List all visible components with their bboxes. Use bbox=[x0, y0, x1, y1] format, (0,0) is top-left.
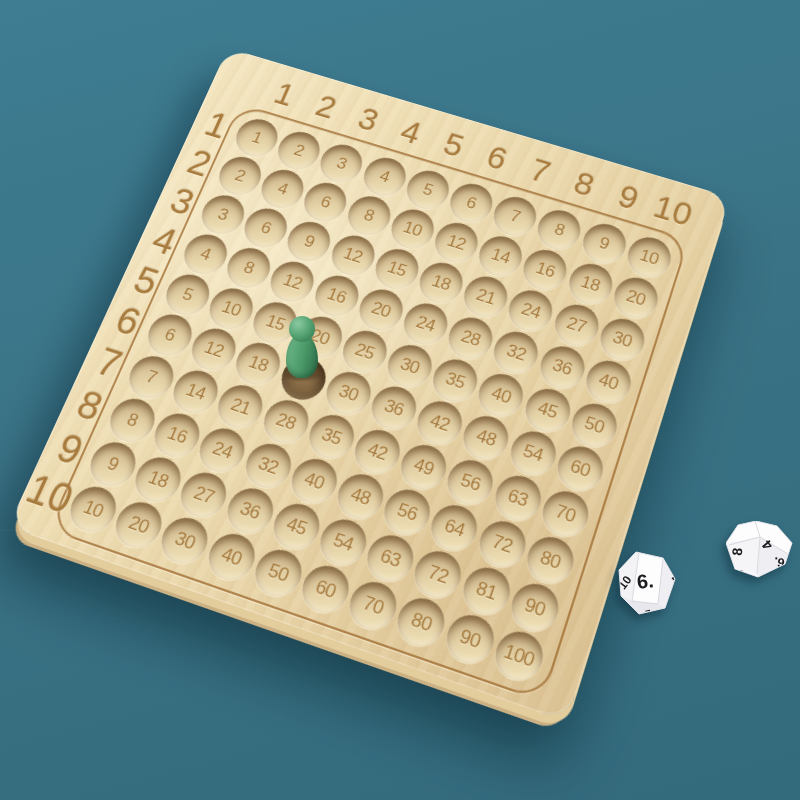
row-header-6: 6 bbox=[110, 301, 146, 342]
cell-value: 45 bbox=[536, 398, 560, 421]
die-1-face-6: 6. bbox=[636, 569, 655, 593]
cell-value: 16 bbox=[165, 424, 190, 447]
row-header-2: 2 bbox=[182, 145, 216, 183]
peg-head bbox=[289, 316, 315, 342]
table-surface: 12345678910 12345678910 1234567891024681… bbox=[0, 0, 800, 800]
cell-value: 10 bbox=[220, 298, 244, 319]
cell-value: 36 bbox=[237, 499, 262, 523]
column-header-1: 1 bbox=[270, 78, 299, 111]
cell-value: 15 bbox=[385, 258, 409, 279]
cell-value: 12 bbox=[341, 245, 365, 266]
cell-value: 18 bbox=[246, 353, 270, 375]
column-header-8: 8 bbox=[570, 167, 598, 201]
cell-value: 40 bbox=[489, 384, 513, 407]
cell-value: 6 bbox=[464, 195, 478, 213]
cell-value: 21 bbox=[228, 396, 253, 419]
cell-value: 24 bbox=[414, 313, 438, 335]
cell-value: 25 bbox=[353, 340, 377, 362]
cell-value: 40 bbox=[597, 370, 621, 392]
cell-value: 30 bbox=[172, 528, 198, 552]
green-peg[interactable] bbox=[282, 315, 322, 382]
column-header-6: 6 bbox=[483, 141, 511, 175]
cell-value: 45 bbox=[284, 514, 309, 538]
cell-value: 6 bbox=[258, 219, 273, 237]
cell-value: 1 bbox=[249, 130, 264, 147]
cell-value: 36 bbox=[550, 356, 574, 378]
cell-value: 8 bbox=[552, 221, 566, 239]
cell-value: 27 bbox=[565, 314, 589, 336]
row-header-9: 9 bbox=[51, 427, 88, 471]
column-header-4: 4 bbox=[397, 115, 426, 148]
cell-value: 42 bbox=[428, 412, 452, 435]
cell-value: 8 bbox=[241, 259, 256, 277]
cell-value: 36 bbox=[382, 397, 406, 420]
row-header-4: 4 bbox=[147, 221, 182, 261]
cell-value: 6 bbox=[318, 194, 333, 212]
cell-value: 70 bbox=[553, 502, 578, 526]
row-header-5: 5 bbox=[129, 261, 164, 301]
cell-value: 21 bbox=[474, 286, 498, 307]
cell-value: 16 bbox=[325, 285, 349, 306]
cell-value: 20 bbox=[624, 287, 647, 308]
row-header-8: 8 bbox=[71, 384, 108, 427]
cell-value: 10 bbox=[637, 247, 660, 268]
cell-value: 12 bbox=[281, 271, 305, 292]
cell-value: 3 bbox=[334, 155, 349, 172]
cell-value: 9 bbox=[105, 454, 122, 474]
cell-value: 32 bbox=[504, 341, 528, 363]
cell-value: 30 bbox=[610, 328, 634, 350]
row-header-1: 1 bbox=[200, 107, 233, 144]
cell-value: 10 bbox=[81, 497, 107, 521]
cell-value: 2 bbox=[233, 167, 248, 184]
cell-value: 8 bbox=[361, 207, 376, 225]
cell-value: 18 bbox=[429, 272, 453, 293]
column-header-2: 2 bbox=[312, 90, 341, 123]
cell-value: 50 bbox=[582, 413, 606, 436]
cell-value: 20 bbox=[126, 512, 152, 536]
cell-value: 18 bbox=[579, 273, 602, 294]
cell-value: 35 bbox=[443, 369, 467, 391]
cell-value: 14 bbox=[489, 246, 512, 267]
cell-value: 30 bbox=[398, 355, 422, 377]
cell-value: 100 bbox=[501, 641, 536, 670]
cell-value: 60 bbox=[313, 576, 339, 601]
cell-value: 7 bbox=[508, 208, 522, 226]
cell-value: 63 bbox=[378, 546, 403, 570]
cell-value: 24 bbox=[210, 439, 235, 462]
cell-value: 72 bbox=[490, 532, 515, 556]
cell-value: 4 bbox=[275, 180, 290, 198]
cell-value: 5 bbox=[420, 181, 434, 199]
cell-value: 63 bbox=[505, 486, 530, 510]
cell-value: 48 bbox=[474, 427, 498, 450]
column-header-5: 5 bbox=[440, 128, 468, 162]
cell-value: 54 bbox=[331, 530, 356, 554]
cell-value: 72 bbox=[426, 562, 451, 587]
cell-value: 40 bbox=[219, 544, 245, 568]
die-2-face-8: 8 bbox=[729, 547, 746, 556]
cell-value: 3 bbox=[216, 206, 231, 224]
cell-value: 4 bbox=[198, 245, 213, 263]
cell-value: 64 bbox=[442, 516, 467, 540]
cell-value: 48 bbox=[348, 485, 373, 509]
cell-value: 90 bbox=[522, 595, 547, 620]
cell-value: 4 bbox=[377, 168, 392, 185]
cell-value: 6 bbox=[162, 326, 178, 345]
cell-value: 49 bbox=[411, 456, 436, 479]
multiplication-board: 12345678910 12345678910 1234567891024681… bbox=[8, 48, 730, 722]
cell-value: 9 bbox=[597, 235, 611, 253]
cell-value: 16 bbox=[534, 260, 557, 281]
cell-value: 5 bbox=[180, 285, 196, 304]
cell-value: 10 bbox=[401, 219, 424, 240]
die-2[interactable]: 4 8 6. 2 8 bbox=[726, 521, 793, 578]
cell-value: 9 bbox=[302, 233, 317, 251]
cell-value: 80 bbox=[409, 609, 435, 634]
cell-value: 42 bbox=[365, 440, 390, 463]
cell-value: 56 bbox=[458, 471, 483, 495]
cell-value: 50 bbox=[266, 560, 292, 585]
cell-value: 70 bbox=[361, 593, 387, 618]
cell-value: 12 bbox=[202, 339, 226, 361]
cell-value: 7 bbox=[143, 368, 159, 387]
cell-value: 60 bbox=[568, 457, 592, 480]
cell-value: 14 bbox=[183, 381, 208, 403]
cell-value: 2 bbox=[292, 142, 307, 159]
row-header-7: 7 bbox=[91, 342, 127, 384]
cell-value: 18 bbox=[146, 468, 171, 491]
row-header-3: 3 bbox=[165, 182, 199, 221]
cell-value: 35 bbox=[319, 425, 344, 448]
cell-value: 40 bbox=[302, 469, 327, 492]
cell-value: 28 bbox=[459, 327, 483, 349]
cell-value: 12 bbox=[445, 232, 468, 253]
die-1[interactable]: 10 6. 4 2 7 bbox=[618, 551, 676, 615]
cell-value: 56 bbox=[395, 500, 420, 524]
cell-value: 32 bbox=[256, 454, 281, 477]
column-header-10: 10 bbox=[650, 190, 696, 230]
column-header-3: 3 bbox=[354, 103, 383, 136]
cell-value: 81 bbox=[474, 578, 499, 603]
cell-value: 54 bbox=[521, 442, 545, 465]
cell-value: 8 bbox=[124, 410, 140, 430]
cell-value: 27 bbox=[191, 483, 216, 507]
column-header-7: 7 bbox=[526, 154, 554, 188]
cell-value: 80 bbox=[538, 548, 563, 572]
cell-value: 28 bbox=[273, 410, 298, 433]
cell-value: 90 bbox=[457, 626, 483, 651]
cell-value: 20 bbox=[369, 299, 393, 321]
cell-value: 24 bbox=[519, 300, 543, 322]
cell-value: 30 bbox=[336, 382, 360, 404]
column-header-9: 9 bbox=[615, 180, 643, 215]
